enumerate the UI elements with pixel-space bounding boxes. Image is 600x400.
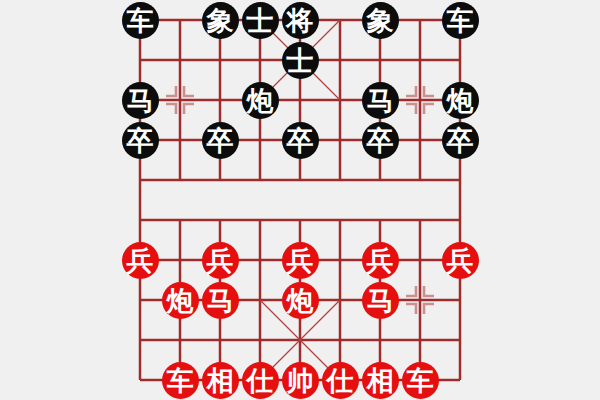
piece-red-elephant[interactable]: 相	[202, 362, 239, 399]
piece-red-soldier[interactable]: 兵	[202, 242, 239, 279]
piece-black-general[interactable]: 将	[282, 2, 319, 39]
piece-red-cannon[interactable]: 炮	[162, 282, 199, 319]
piece-red-cannon[interactable]: 炮	[282, 282, 319, 319]
piece-black-soldier[interactable]: 卒	[362, 122, 399, 159]
piece-red-horse[interactable]: 马	[362, 282, 399, 319]
piece-black-cannon[interactable]: 炮	[442, 82, 479, 119]
piece-layer: 车象士将象车士马炮马炮卒卒卒卒卒兵兵兵兵兵炮马炮马车相仕帅仕相车	[0, 0, 600, 400]
piece-red-chariot[interactable]: 车	[162, 362, 199, 399]
piece-black-cannon[interactable]: 炮	[242, 82, 279, 119]
piece-red-advisor[interactable]: 仕	[242, 362, 279, 399]
piece-red-soldier[interactable]: 兵	[442, 242, 479, 279]
piece-black-soldier[interactable]: 卒	[122, 122, 159, 159]
piece-red-soldier[interactable]: 兵	[362, 242, 399, 279]
xiangqi-board: 车象士将象车士马炮马炮卒卒卒卒卒兵兵兵兵兵炮马炮马车相仕帅仕相车	[0, 0, 600, 400]
piece-red-soldier[interactable]: 兵	[122, 242, 159, 279]
piece-black-soldier[interactable]: 卒	[282, 122, 319, 159]
piece-black-soldier[interactable]: 卒	[202, 122, 239, 159]
piece-red-horse[interactable]: 马	[202, 282, 239, 319]
piece-red-elephant[interactable]: 相	[362, 362, 399, 399]
piece-black-advisor[interactable]: 士	[242, 2, 279, 39]
piece-red-general[interactable]: 帅	[282, 362, 319, 399]
piece-black-elephant[interactable]: 象	[202, 2, 239, 39]
piece-red-chariot[interactable]: 车	[402, 362, 439, 399]
piece-black-advisor[interactable]: 士	[282, 42, 319, 79]
piece-red-advisor[interactable]: 仕	[322, 362, 359, 399]
piece-red-soldier[interactable]: 兵	[282, 242, 319, 279]
piece-black-elephant[interactable]: 象	[362, 2, 399, 39]
piece-black-chariot[interactable]: 车	[122, 2, 159, 39]
piece-black-soldier[interactable]: 卒	[442, 122, 479, 159]
piece-black-horse[interactable]: 马	[122, 82, 159, 119]
piece-black-chariot[interactable]: 车	[442, 2, 479, 39]
piece-black-horse[interactable]: 马	[362, 82, 399, 119]
